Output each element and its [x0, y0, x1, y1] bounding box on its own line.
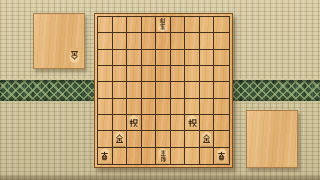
- board-square[interactable]: [142, 17, 157, 33]
- board-square[interactable]: [156, 115, 171, 131]
- board-square[interactable]: [113, 66, 128, 82]
- board-square[interactable]: [214, 33, 229, 49]
- board-square[interactable]: [200, 17, 215, 33]
- board-square[interactable]: [127, 17, 142, 33]
- board-square[interactable]: [127, 66, 142, 82]
- board-square[interactable]: [185, 131, 200, 147]
- board-square[interactable]: [98, 17, 113, 33]
- board-square[interactable]: [185, 99, 200, 115]
- shogi-piece-kin[interactable]: [68, 48, 81, 63]
- shogi-piece-kin[interactable]: [113, 131, 126, 146]
- shogi-piece-ou[interactable]: [156, 148, 169, 163]
- gote-piece-stand[interactable]: [33, 13, 85, 69]
- board-square[interactable]: [185, 66, 200, 82]
- board-square[interactable]: [156, 17, 171, 33]
- board-square[interactable]: [185, 148, 200, 164]
- board-square[interactable]: [127, 33, 142, 49]
- board-square[interactable]: [98, 115, 113, 131]
- board-square[interactable]: [171, 148, 186, 164]
- board-square[interactable]: [127, 148, 142, 164]
- board-square[interactable]: [98, 66, 113, 82]
- board-square[interactable]: [156, 50, 171, 66]
- board-square[interactable]: [214, 82, 229, 98]
- board-square[interactable]: [98, 82, 113, 98]
- shogi-piece-kin[interactable]: [200, 131, 213, 146]
- board-square[interactable]: [142, 50, 157, 66]
- board-square[interactable]: [156, 66, 171, 82]
- board-square[interactable]: [200, 33, 215, 49]
- board-square[interactable]: [113, 50, 128, 66]
- board-square[interactable]: [98, 99, 113, 115]
- board-square[interactable]: [200, 82, 215, 98]
- board-square[interactable]: [156, 33, 171, 49]
- shogi-piece-gin[interactable]: [186, 115, 199, 130]
- board-square[interactable]: [127, 131, 142, 147]
- board-square[interactable]: [185, 115, 200, 131]
- board-square[interactable]: [98, 148, 113, 164]
- board-square[interactable]: [113, 82, 128, 98]
- board-square[interactable]: [113, 33, 128, 49]
- board-square[interactable]: [171, 17, 186, 33]
- board-square[interactable]: [214, 148, 229, 164]
- board-square[interactable]: [127, 115, 142, 131]
- board-square[interactable]: [171, 99, 186, 115]
- board-square[interactable]: [142, 131, 157, 147]
- board-square[interactable]: [127, 99, 142, 115]
- gote-hand-pieces: [68, 48, 81, 63]
- board-square[interactable]: [98, 50, 113, 66]
- board-square[interactable]: [142, 115, 157, 131]
- board-square[interactable]: [113, 99, 128, 115]
- board-square[interactable]: [171, 131, 186, 147]
- board-square[interactable]: [171, 66, 186, 82]
- board-square[interactable]: [214, 50, 229, 66]
- board-square[interactable]: [156, 148, 171, 164]
- board-square[interactable]: [127, 50, 142, 66]
- board-square[interactable]: [214, 99, 229, 115]
- board-square[interactable]: [98, 131, 113, 147]
- board-square[interactable]: [214, 17, 229, 33]
- board-square[interactable]: [200, 115, 215, 131]
- board-grid: [97, 16, 230, 165]
- shogi-piece-kyou[interactable]: [215, 148, 228, 163]
- board-square[interactable]: [171, 82, 186, 98]
- board-square[interactable]: [185, 33, 200, 49]
- board-square[interactable]: [113, 17, 128, 33]
- board-square[interactable]: [200, 131, 215, 147]
- board-square[interactable]: [214, 131, 229, 147]
- board-square[interactable]: [127, 82, 142, 98]
- board-square[interactable]: [200, 50, 215, 66]
- board-square[interactable]: [156, 131, 171, 147]
- board-square[interactable]: [142, 66, 157, 82]
- shogi-piece-kyou[interactable]: [98, 148, 111, 163]
- scene: [0, 0, 320, 180]
- floor-shadow: [0, 176, 320, 180]
- sente-piece-stand[interactable]: [246, 110, 298, 168]
- board-square[interactable]: [142, 148, 157, 164]
- shogi-piece-gin[interactable]: [127, 115, 140, 130]
- board-square[interactable]: [156, 82, 171, 98]
- board-square[interactable]: [214, 115, 229, 131]
- board-square[interactable]: [142, 99, 157, 115]
- board-square[interactable]: [185, 50, 200, 66]
- board-square[interactable]: [113, 115, 128, 131]
- board-square[interactable]: [171, 33, 186, 49]
- shogi-board[interactable]: [94, 13, 233, 168]
- board-square[interactable]: [171, 50, 186, 66]
- board-square[interactable]: [200, 99, 215, 115]
- shogi-piece-gyoku[interactable]: [156, 17, 169, 32]
- board-square[interactable]: [113, 148, 128, 164]
- board-square[interactable]: [98, 33, 113, 49]
- board-square[interactable]: [200, 148, 215, 164]
- board-square[interactable]: [142, 33, 157, 49]
- board-square[interactable]: [185, 82, 200, 98]
- board-square[interactable]: [156, 99, 171, 115]
- board-square[interactable]: [113, 131, 128, 147]
- board-square[interactable]: [185, 17, 200, 33]
- board-square[interactable]: [214, 66, 229, 82]
- board-square[interactable]: [200, 66, 215, 82]
- board-square[interactable]: [142, 82, 157, 98]
- board-square[interactable]: [171, 115, 186, 131]
